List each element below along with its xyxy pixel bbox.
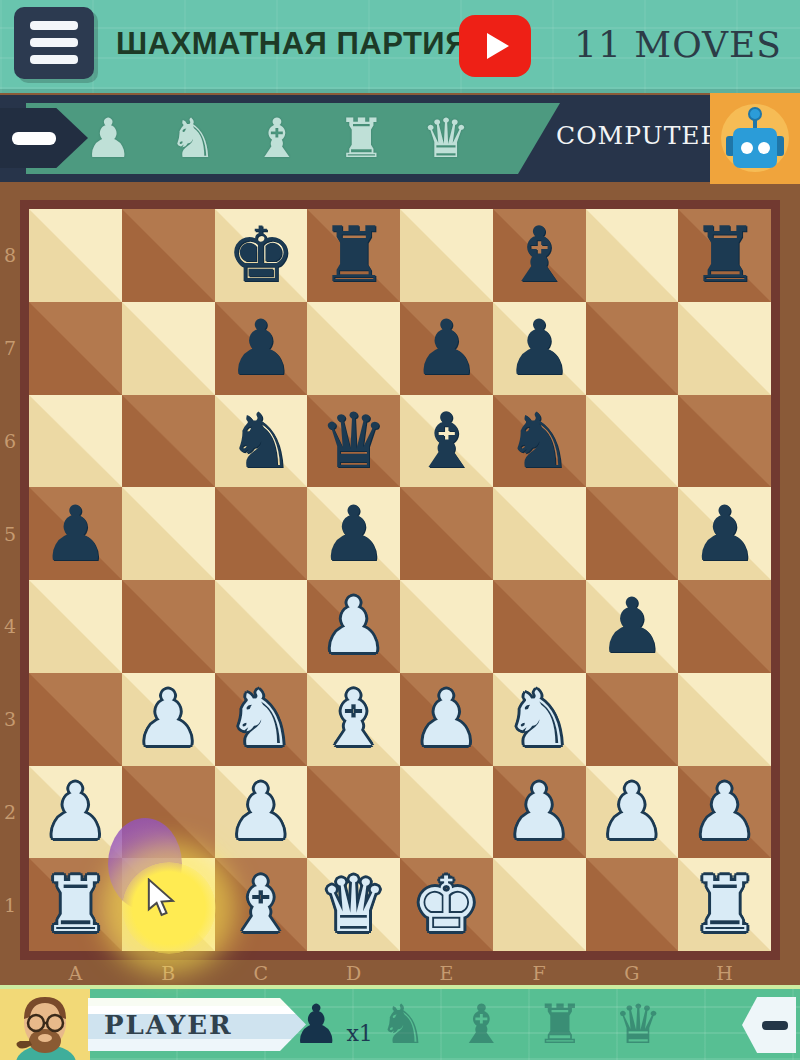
rank-label-4: 4 bbox=[0, 580, 20, 673]
square-d3[interactable]: ♝ bbox=[307, 673, 400, 766]
minus-icon bbox=[762, 1021, 788, 1030]
white-pawn-b3[interactable]: ♟ bbox=[134, 681, 202, 757]
youtube-play-button[interactable] bbox=[459, 15, 531, 77]
square-c6[interactable]: ♞ bbox=[215, 395, 308, 488]
square-h7[interactable] bbox=[678, 302, 771, 395]
square-a8[interactable] bbox=[29, 209, 122, 302]
page-title: ШАХМАТНАЯ ПАРТИЯ bbox=[116, 26, 468, 62]
black-rook-d8[interactable]: ♜ bbox=[320, 217, 388, 293]
square-f1[interactable] bbox=[493, 858, 586, 951]
rank-label-2: 2 bbox=[0, 766, 20, 859]
file-label-C: C bbox=[215, 960, 308, 985]
white-bishop-tray-icon: ♝ bbox=[253, 103, 301, 174]
white-queen-d1[interactable]: ♛ bbox=[320, 867, 388, 943]
white-pawn-g2[interactable]: ♟ bbox=[598, 774, 666, 850]
rank-label-6: 6 bbox=[0, 395, 20, 488]
square-a4[interactable] bbox=[29, 580, 122, 673]
black-pawn-a5[interactable]: ♟ bbox=[41, 496, 109, 572]
player-label: PLAYER bbox=[104, 1010, 233, 1040]
black-queen-d6[interactable]: ♛ bbox=[320, 403, 388, 479]
square-e5[interactable] bbox=[400, 487, 493, 580]
white-knight-tray-icon: ♞ bbox=[168, 103, 216, 174]
white-bishop-d3[interactable]: ♝ bbox=[320, 681, 388, 757]
rank-label-5: 5 bbox=[0, 487, 20, 580]
square-c1[interactable]: ♝ bbox=[215, 858, 308, 951]
black-bishop-tray-icon: ♝ bbox=[457, 989, 505, 1060]
square-f5[interactable] bbox=[493, 487, 586, 580]
black-pawn-c7[interactable]: ♟ bbox=[227, 310, 295, 386]
square-h1[interactable]: ♜ bbox=[678, 858, 771, 951]
square-d1[interactable]: ♛ bbox=[307, 858, 400, 951]
square-a6[interactable] bbox=[29, 395, 122, 488]
computer-bar: ♟♞♝♜♛ COMPUTER bbox=[0, 95, 800, 182]
file-labels: ABCDEFGH bbox=[29, 960, 771, 985]
white-knight-c3[interactable]: ♞ bbox=[227, 681, 295, 757]
square-a7[interactable] bbox=[29, 302, 122, 395]
player-bar: PLAYER ♟x1♞♝♜♛ bbox=[0, 985, 800, 1060]
square-h4[interactable] bbox=[678, 580, 771, 673]
white-knight-f3[interactable]: ♞ bbox=[505, 681, 573, 757]
square-f6[interactable]: ♞ bbox=[493, 395, 586, 488]
square-f3[interactable]: ♞ bbox=[493, 673, 586, 766]
black-pawn-f7[interactable]: ♟ bbox=[505, 310, 573, 386]
square-b4[interactable] bbox=[122, 580, 215, 673]
black-rook-h8[interactable]: ♜ bbox=[691, 217, 759, 293]
rank-label-3: 3 bbox=[0, 673, 20, 766]
file-label-A: A bbox=[29, 960, 122, 985]
square-d7[interactable] bbox=[307, 302, 400, 395]
square-h5[interactable]: ♟ bbox=[678, 487, 771, 580]
square-d4[interactable]: ♟ bbox=[307, 580, 400, 673]
white-bishop-c1[interactable]: ♝ bbox=[227, 867, 295, 943]
white-rook-tray-icon: ♜ bbox=[337, 103, 385, 174]
square-b7[interactable] bbox=[122, 302, 215, 395]
white-pawn-d4[interactable]: ♟ bbox=[320, 588, 388, 664]
file-label-B: B bbox=[122, 960, 215, 985]
square-d8[interactable]: ♜ bbox=[307, 209, 400, 302]
black-queen-tray-icon: ♛ bbox=[614, 989, 662, 1060]
square-g8[interactable] bbox=[586, 209, 679, 302]
black-knight-c6[interactable]: ♞ bbox=[227, 403, 295, 479]
square-e4[interactable] bbox=[400, 580, 493, 673]
computer-avatar[interactable] bbox=[710, 93, 800, 184]
square-b5[interactable] bbox=[122, 487, 215, 580]
player-name-banner: PLAYER bbox=[88, 998, 306, 1051]
black-pawn-d5[interactable]: ♟ bbox=[320, 496, 388, 572]
square-c4[interactable] bbox=[215, 580, 308, 673]
square-g4[interactable]: ♟ bbox=[586, 580, 679, 673]
minus-icon bbox=[12, 132, 56, 145]
captured-count: x1 bbox=[346, 1021, 372, 1046]
square-g5[interactable] bbox=[586, 487, 679, 580]
square-e8[interactable] bbox=[400, 209, 493, 302]
white-pawn-a2[interactable]: ♟ bbox=[41, 774, 109, 850]
square-h8[interactable]: ♜ bbox=[678, 209, 771, 302]
move-counter: 11 MOVES bbox=[574, 24, 782, 65]
player-captured-tray: ♟x1♞♝♜♛ bbox=[292, 989, 693, 1060]
robot-icon bbox=[724, 106, 786, 172]
square-f7[interactable]: ♟ bbox=[493, 302, 586, 395]
black-rook-tray-icon: ♜ bbox=[536, 989, 584, 1060]
black-pawn-e7[interactable]: ♟ bbox=[412, 310, 480, 386]
square-d5[interactable]: ♟ bbox=[307, 487, 400, 580]
file-label-F: F bbox=[493, 960, 586, 985]
square-e6[interactable]: ♝ bbox=[400, 395, 493, 488]
square-e1[interactable]: ♚ bbox=[400, 858, 493, 951]
square-d6[interactable]: ♛ bbox=[307, 395, 400, 488]
rank-label-8: 8 bbox=[0, 209, 20, 302]
square-a1[interactable]: ♜ bbox=[29, 858, 122, 951]
square-g6[interactable] bbox=[586, 395, 679, 488]
square-c7[interactable]: ♟ bbox=[215, 302, 308, 395]
square-b6[interactable] bbox=[122, 395, 215, 488]
white-pawn-e3[interactable]: ♟ bbox=[412, 681, 480, 757]
file-label-H: H bbox=[678, 960, 771, 985]
white-queen-tray-icon: ♛ bbox=[422, 103, 470, 174]
square-h6[interactable] bbox=[678, 395, 771, 488]
file-label-E: E bbox=[400, 960, 493, 985]
menu-button[interactable] bbox=[14, 7, 94, 79]
mouse-cursor bbox=[146, 878, 180, 918]
black-pawn-tray-icon: ♟ bbox=[292, 989, 340, 1060]
square-h3[interactable] bbox=[678, 673, 771, 766]
square-c8[interactable]: ♚ bbox=[215, 209, 308, 302]
file-label-D: D bbox=[307, 960, 400, 985]
computer-label: COMPUTER bbox=[556, 121, 708, 150]
black-king-c8[interactable]: ♚ bbox=[227, 217, 295, 293]
square-b8[interactable] bbox=[122, 209, 215, 302]
square-e2[interactable] bbox=[400, 766, 493, 859]
black-pawn-g4[interactable]: ♟ bbox=[598, 588, 666, 664]
square-b3[interactable]: ♟ bbox=[122, 673, 215, 766]
square-c5[interactable] bbox=[215, 487, 308, 580]
white-rook-h1[interactable]: ♜ bbox=[691, 867, 759, 943]
black-knight-tray-icon: ♞ bbox=[379, 989, 427, 1060]
white-pawn-tray-icon: ♟ bbox=[84, 103, 132, 174]
square-a5[interactable]: ♟ bbox=[29, 487, 122, 580]
black-bishop-f8[interactable]: ♝ bbox=[505, 217, 573, 293]
black-bishop-e6[interactable]: ♝ bbox=[412, 403, 480, 479]
square-c3[interactable]: ♞ bbox=[215, 673, 308, 766]
white-king-e1[interactable]: ♚ bbox=[412, 867, 480, 943]
square-a3[interactable] bbox=[29, 673, 122, 766]
rank-labels: 87654321 bbox=[0, 209, 20, 951]
square-g7[interactable] bbox=[586, 302, 679, 395]
collapse-player-tray-button[interactable] bbox=[742, 997, 796, 1053]
square-f4[interactable] bbox=[493, 580, 586, 673]
square-h2[interactable]: ♟ bbox=[678, 766, 771, 859]
player-avatar[interactable] bbox=[0, 989, 90, 1060]
square-g2[interactable]: ♟ bbox=[586, 766, 679, 859]
square-c2[interactable]: ♟ bbox=[215, 766, 308, 859]
square-e7[interactable]: ♟ bbox=[400, 302, 493, 395]
square-g3[interactable] bbox=[586, 673, 679, 766]
square-a2[interactable]: ♟ bbox=[29, 766, 122, 859]
rank-label-1: 1 bbox=[0, 858, 20, 951]
file-label-G: G bbox=[586, 960, 679, 985]
square-g1[interactable] bbox=[586, 858, 679, 951]
black-knight-f6[interactable]: ♞ bbox=[505, 403, 573, 479]
rank-label-7: 7 bbox=[0, 302, 20, 395]
white-pawn-f2[interactable]: ♟ bbox=[505, 774, 573, 850]
square-f8[interactable]: ♝ bbox=[493, 209, 586, 302]
white-rook-a1[interactable]: ♜ bbox=[41, 867, 109, 943]
square-d2[interactable] bbox=[307, 766, 400, 859]
computer-captured-tray: ♟♞♝♜♛ bbox=[26, 103, 560, 174]
square-e3[interactable]: ♟ bbox=[400, 673, 493, 766]
white-pawn-c2[interactable]: ♟ bbox=[227, 774, 295, 850]
square-f2[interactable]: ♟ bbox=[493, 766, 586, 859]
play-icon bbox=[487, 33, 509, 59]
player-avatar-icon bbox=[0, 989, 90, 1060]
white-pawn-h2[interactable]: ♟ bbox=[691, 774, 759, 850]
chess-app: ШАХМАТНАЯ ПАРТИЯ 11 MOVES ♟♞♝♜♛ COMPUTER… bbox=[0, 0, 800, 1060]
top-bar: ШАХМАТНАЯ ПАРТИЯ 11 MOVES bbox=[0, 0, 800, 93]
black-pawn-h5[interactable]: ♟ bbox=[691, 496, 759, 572]
